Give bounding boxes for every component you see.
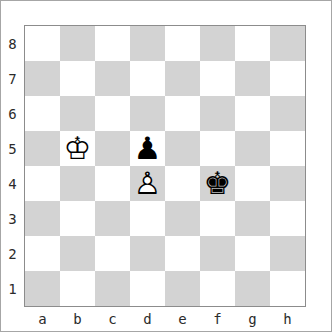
square-g5[interactable] bbox=[235, 131, 270, 166]
square-c1[interactable] bbox=[95, 271, 130, 306]
square-a2[interactable] bbox=[25, 236, 60, 271]
file-label-h: h bbox=[270, 306, 305, 331]
square-f8[interactable] bbox=[200, 26, 235, 61]
rank-labels: 87654321 bbox=[1, 26, 24, 306]
square-e3[interactable] bbox=[165, 201, 200, 236]
square-g2[interactable] bbox=[235, 236, 270, 271]
rank-label-3: 3 bbox=[1, 201, 24, 236]
square-b4[interactable] bbox=[60, 166, 95, 201]
square-e7[interactable] bbox=[165, 61, 200, 96]
square-a4[interactable] bbox=[25, 166, 60, 201]
square-g3[interactable] bbox=[235, 201, 270, 236]
square-g1[interactable] bbox=[235, 271, 270, 306]
square-d5[interactable]: ♟ bbox=[130, 131, 165, 166]
square-f2[interactable] bbox=[200, 236, 235, 271]
square-c8[interactable] bbox=[95, 26, 130, 61]
square-c6[interactable] bbox=[95, 96, 130, 131]
file-label-g: g bbox=[235, 306, 270, 331]
rank-label-4: 4 bbox=[1, 166, 24, 201]
rank-label-6: 6 bbox=[1, 96, 24, 131]
square-g4[interactable] bbox=[235, 166, 270, 201]
white-king[interactable]: ♔ bbox=[60, 131, 95, 166]
square-f7[interactable] bbox=[200, 61, 235, 96]
white-pawn[interactable]: ♙ bbox=[130, 166, 165, 201]
chess-board[interactable]: ♚♔♟♟♙♚ bbox=[24, 25, 306, 307]
square-d8[interactable] bbox=[130, 26, 165, 61]
square-b7[interactable] bbox=[60, 61, 95, 96]
square-d7[interactable] bbox=[130, 61, 165, 96]
square-d2[interactable] bbox=[130, 236, 165, 271]
rank-label-5: 5 bbox=[1, 131, 24, 166]
rank-label-1: 1 bbox=[1, 271, 24, 306]
square-h6[interactable] bbox=[270, 96, 305, 131]
square-d1[interactable] bbox=[130, 271, 165, 306]
file-labels: abcdefgh bbox=[25, 306, 305, 331]
square-e2[interactable] bbox=[165, 236, 200, 271]
square-a1[interactable] bbox=[25, 271, 60, 306]
square-a7[interactable] bbox=[25, 61, 60, 96]
square-b3[interactable] bbox=[60, 201, 95, 236]
rank-label-2: 2 bbox=[1, 236, 24, 271]
square-e5[interactable] bbox=[165, 131, 200, 166]
square-c3[interactable] bbox=[95, 201, 130, 236]
square-d6[interactable] bbox=[130, 96, 165, 131]
rank-label-8: 8 bbox=[1, 26, 24, 61]
file-label-c: c bbox=[95, 306, 130, 331]
chess-diagram-frame: 87654321 ♚♔♟♟♙♚ abcdefgh bbox=[0, 0, 332, 332]
square-a8[interactable] bbox=[25, 26, 60, 61]
square-g7[interactable] bbox=[235, 61, 270, 96]
square-d3[interactable] bbox=[130, 201, 165, 236]
black-pawn[interactable]: ♟ bbox=[130, 131, 165, 166]
square-b8[interactable] bbox=[60, 26, 95, 61]
white-king-fill: ♚ bbox=[60, 131, 95, 166]
black-king[interactable]: ♚ bbox=[200, 166, 235, 201]
square-e6[interactable] bbox=[165, 96, 200, 131]
square-c2[interactable] bbox=[95, 236, 130, 271]
square-a6[interactable] bbox=[25, 96, 60, 131]
square-h3[interactable] bbox=[270, 201, 305, 236]
white-pawn-fill: ♟ bbox=[130, 166, 165, 201]
square-a5[interactable] bbox=[25, 131, 60, 166]
file-label-d: d bbox=[130, 306, 165, 331]
square-b5[interactable]: ♚♔ bbox=[60, 131, 95, 166]
square-h4[interactable] bbox=[270, 166, 305, 201]
square-f6[interactable] bbox=[200, 96, 235, 131]
square-f5[interactable] bbox=[200, 131, 235, 166]
square-h5[interactable] bbox=[270, 131, 305, 166]
square-f1[interactable] bbox=[200, 271, 235, 306]
square-g8[interactable] bbox=[235, 26, 270, 61]
square-h1[interactable] bbox=[270, 271, 305, 306]
square-f3[interactable] bbox=[200, 201, 235, 236]
square-f4[interactable]: ♚ bbox=[200, 166, 235, 201]
square-c7[interactable] bbox=[95, 61, 130, 96]
square-a3[interactable] bbox=[25, 201, 60, 236]
file-label-a: a bbox=[25, 306, 60, 331]
square-b6[interactable] bbox=[60, 96, 95, 131]
square-e4[interactable] bbox=[165, 166, 200, 201]
file-label-b: b bbox=[60, 306, 95, 331]
square-e8[interactable] bbox=[165, 26, 200, 61]
square-b2[interactable] bbox=[60, 236, 95, 271]
file-label-f: f bbox=[200, 306, 235, 331]
square-d4[interactable]: ♟♙ bbox=[130, 166, 165, 201]
square-h8[interactable] bbox=[270, 26, 305, 61]
square-c4[interactable] bbox=[95, 166, 130, 201]
square-b1[interactable] bbox=[60, 271, 95, 306]
square-e1[interactable] bbox=[165, 271, 200, 306]
file-label-e: e bbox=[165, 306, 200, 331]
square-h2[interactable] bbox=[270, 236, 305, 271]
rank-label-7: 7 bbox=[1, 61, 24, 96]
square-h7[interactable] bbox=[270, 61, 305, 96]
square-c5[interactable] bbox=[95, 131, 130, 166]
square-g6[interactable] bbox=[235, 96, 270, 131]
